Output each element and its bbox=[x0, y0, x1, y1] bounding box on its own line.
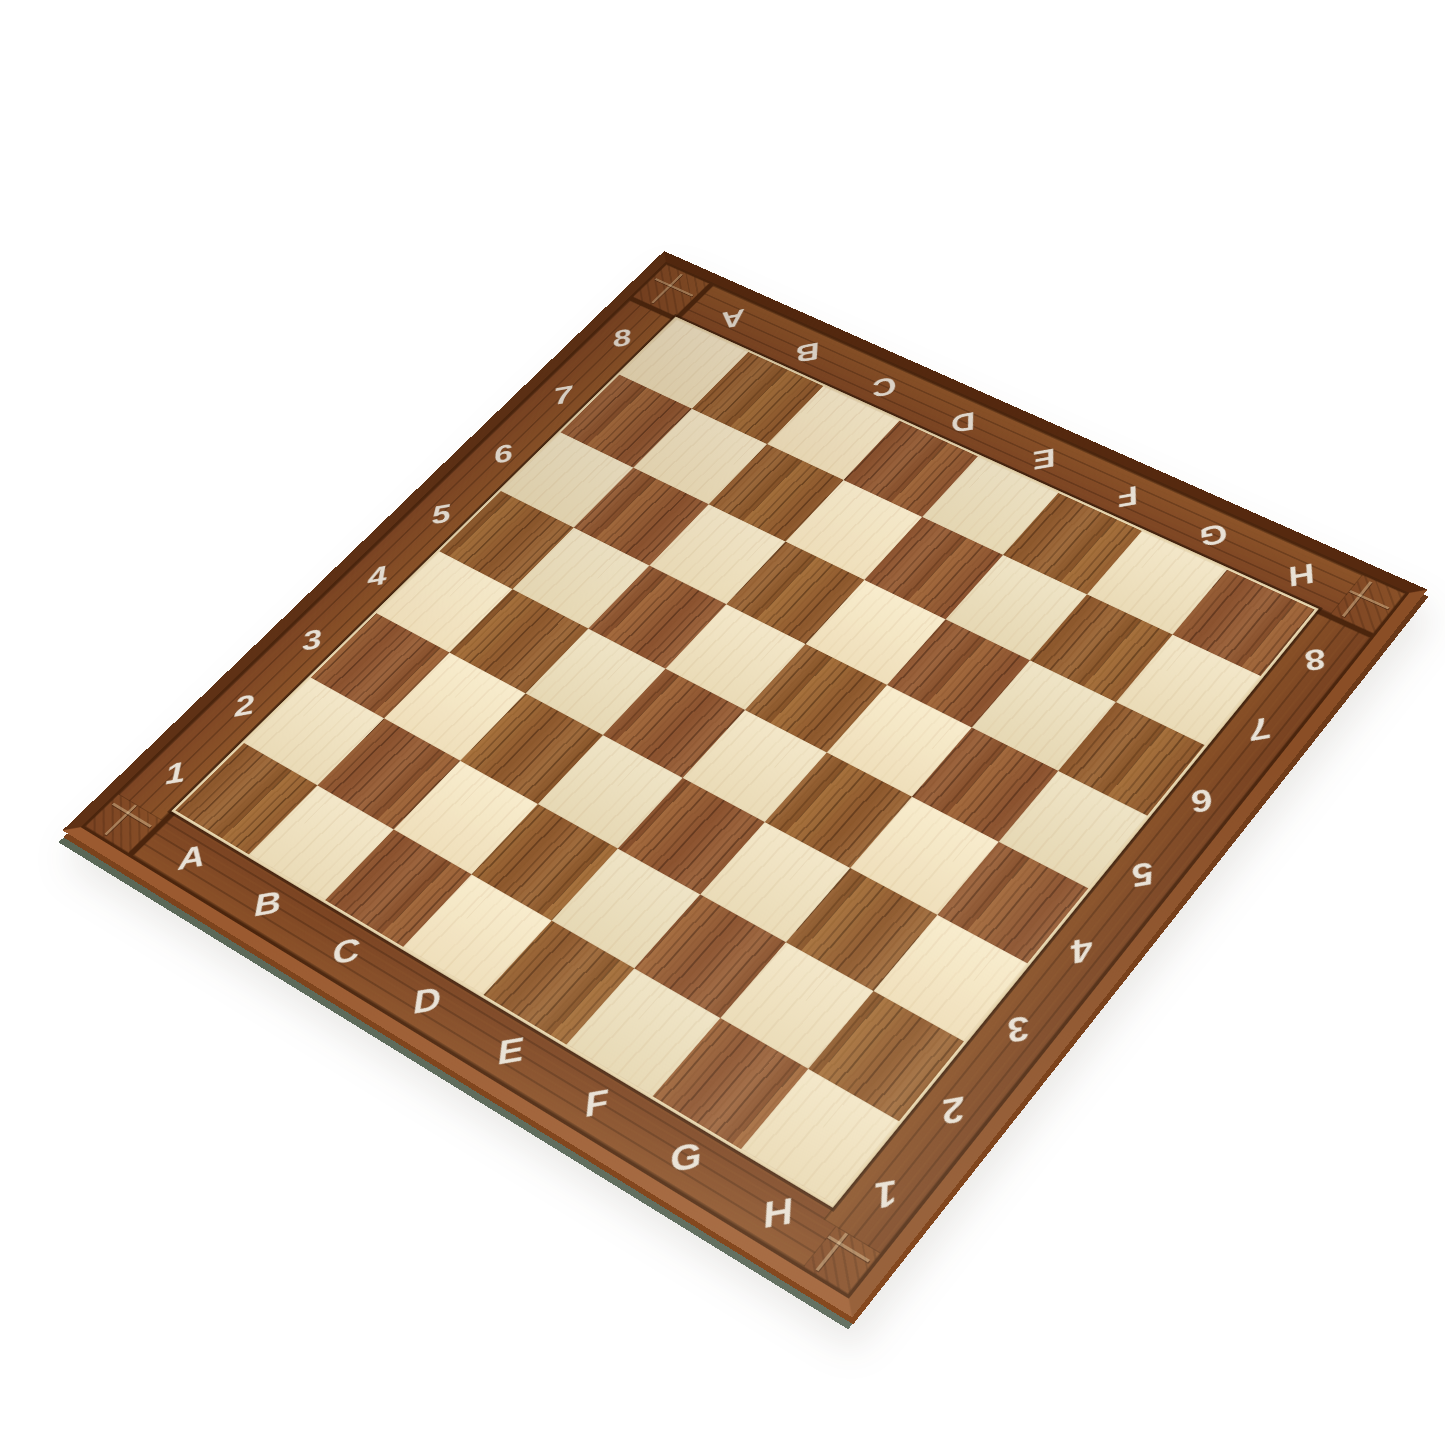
coordinate-label: G bbox=[667, 1137, 704, 1177]
coordinate-label: B bbox=[253, 886, 281, 921]
coordinate-label: F bbox=[582, 1084, 611, 1122]
coordinate-label: 7 bbox=[1245, 712, 1275, 745]
coordinate-label: F bbox=[1114, 481, 1143, 510]
coordinate-label: 4 bbox=[1067, 932, 1097, 968]
coordinate-label: 8 bbox=[1301, 643, 1331, 675]
coordinate-label: D bbox=[948, 408, 979, 436]
coordinate-label: A bbox=[719, 305, 747, 332]
coordinate-label: E bbox=[496, 1032, 526, 1069]
coordinate-label: C bbox=[331, 933, 361, 969]
chessboard: 87654321 ABCDEFGH ABCDEFGH 87654321 bbox=[63, 251, 1428, 1317]
coordinate-label: B bbox=[794, 338, 823, 365]
coordinate-label: A bbox=[178, 840, 205, 874]
coordinate-label: D bbox=[412, 982, 443, 1019]
coordinate-label: E bbox=[1030, 444, 1060, 473]
coordinate-label: 1 bbox=[872, 1174, 902, 1214]
coordinate-label: 3 bbox=[301, 625, 322, 655]
coordinate-label: G bbox=[1196, 519, 1232, 550]
coordinate-label: 8 bbox=[611, 325, 633, 351]
coordinate-label: C bbox=[870, 373, 900, 401]
coordinate-label: 2 bbox=[939, 1090, 969, 1128]
coordinate-label: 2 bbox=[234, 690, 255, 721]
playing-field bbox=[175, 319, 1314, 1204]
coordinate-label: 6 bbox=[1188, 783, 1218, 817]
coordinate-label: 5 bbox=[1128, 856, 1158, 891]
coordinate-label: 3 bbox=[1004, 1010, 1034, 1047]
coordinate-label: H bbox=[760, 1192, 796, 1233]
coordinate-label: 5 bbox=[430, 500, 451, 528]
coordinate-label: 7 bbox=[552, 382, 574, 409]
coordinate-label: H bbox=[1285, 559, 1320, 590]
maple-panel bbox=[171, 316, 1319, 1207]
coordinate-label: 4 bbox=[367, 562, 388, 591]
coordinate-label: 1 bbox=[165, 757, 186, 789]
coordinate-label: 6 bbox=[492, 440, 514, 467]
